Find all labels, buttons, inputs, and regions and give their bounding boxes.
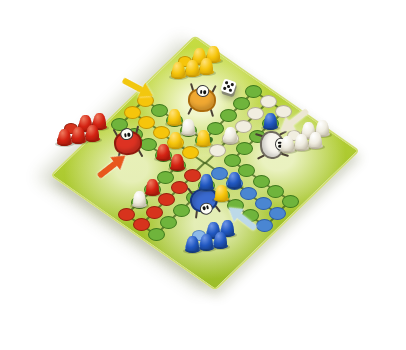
blue-pawn[interactable] bbox=[199, 232, 214, 251]
white-pawn[interactable] bbox=[223, 125, 238, 144]
track-cell[interactable] bbox=[151, 104, 168, 117]
white-pawn[interactable] bbox=[132, 189, 147, 208]
blue-pawn[interactable] bbox=[199, 172, 214, 191]
yellow-pawn[interactable] bbox=[167, 107, 182, 126]
red-pawn[interactable] bbox=[85, 123, 100, 142]
blue-pawn[interactable] bbox=[213, 230, 228, 249]
yellow-pawn[interactable] bbox=[171, 60, 186, 79]
yellow-sheep-icon bbox=[186, 86, 218, 115]
track-cell[interactable] bbox=[148, 228, 165, 241]
white-pawn[interactable] bbox=[294, 132, 309, 151]
home-cell-red[interactable] bbox=[184, 169, 201, 182]
red-pawn[interactable] bbox=[156, 142, 171, 161]
die-pip bbox=[231, 83, 234, 86]
track-cell[interactable] bbox=[160, 216, 177, 229]
blue-pawn[interactable] bbox=[263, 111, 278, 130]
home-cell-blue[interactable] bbox=[255, 197, 272, 210]
yellow-pawn[interactable] bbox=[196, 128, 211, 147]
red-pawn[interactable] bbox=[71, 125, 86, 144]
home-cell-yellow[interactable] bbox=[153, 126, 170, 139]
start-cell-red[interactable] bbox=[133, 218, 150, 231]
die-pip bbox=[225, 81, 228, 84]
red-pawn[interactable] bbox=[170, 152, 185, 171]
track-cell[interactable] bbox=[267, 185, 284, 198]
yellow-pawn[interactable] bbox=[214, 183, 229, 202]
track-cell[interactable] bbox=[282, 195, 299, 208]
red-pawn[interactable] bbox=[57, 127, 72, 146]
die-pip bbox=[227, 85, 230, 88]
start-cell-yellow[interactable] bbox=[124, 106, 141, 119]
track-cell[interactable] bbox=[224, 154, 241, 167]
track-cell[interactable] bbox=[173, 204, 190, 217]
white-pawn[interactable] bbox=[280, 134, 295, 153]
die-pip bbox=[229, 88, 232, 91]
yellow-pawn[interactable] bbox=[199, 56, 214, 75]
home-cell-blue[interactable] bbox=[240, 187, 257, 200]
start-cell-white[interactable] bbox=[260, 95, 277, 108]
home-cell-red[interactable] bbox=[146, 206, 163, 219]
yellow-pawn[interactable] bbox=[185, 58, 200, 77]
die-pip bbox=[223, 87, 226, 90]
track-cell[interactable] bbox=[233, 97, 250, 110]
track-cell[interactable] bbox=[253, 175, 270, 188]
ludo-board-photo bbox=[0, 0, 406, 350]
blue-pawn[interactable] bbox=[185, 234, 200, 253]
white-pawn[interactable] bbox=[308, 130, 323, 149]
